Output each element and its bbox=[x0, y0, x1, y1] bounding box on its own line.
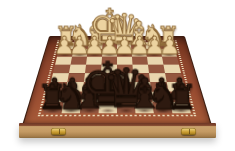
square-h3 bbox=[55, 57, 72, 65]
board-frame: ♜♞♝♚♛♝♞♜♟♟♟♟♟♟♟♟♟♟♟♟♟♟♟♟♜♞♝♚♛♝♞♜ bbox=[22, 36, 211, 124]
inlay-border: ♜♞♝♚♛♝♞♜♟♟♟♟♟♟♟♟♟♟♟♟♟♟♟♟♜♞♝♚♛♝♞♜ bbox=[38, 41, 197, 117]
chess-board: ♜♞♝♚♛♝♞♜♟♟♟♟♟♟♟♟♟♟♟♟♟♟♟♟♜♞♝♚♛♝♞♜ bbox=[43, 42, 191, 113]
chess-set-photo: ♜♞♝♚♛♝♞♜♟♟♟♟♟♟♟♟♟♟♟♟♟♟♟♟♜♞♝♚♛♝♞♜ bbox=[0, 0, 235, 151]
square-a8: ♜ bbox=[170, 102, 191, 113]
piece-black-rook: ♜ bbox=[167, 81, 197, 115]
brass-clasp-right-icon bbox=[181, 128, 196, 135]
piece-white-pawn: ♟ bbox=[159, 33, 181, 57]
square-a2: ♟ bbox=[161, 49, 177, 56]
square-a3 bbox=[162, 57, 179, 65]
case-front-edge bbox=[19, 123, 216, 138]
folding-chess-board: ♜♞♝♚♛♝♞♜♟♟♟♟♟♟♟♟♟♟♟♟♟♟♟♟♜♞♝♚♛♝♞♜ bbox=[22, 36, 211, 124]
brass-clasp-left-icon bbox=[51, 128, 66, 135]
